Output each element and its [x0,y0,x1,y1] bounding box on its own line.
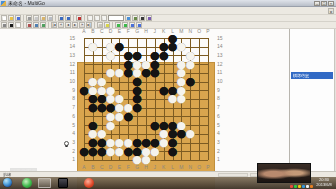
save-icon[interactable] [15,15,21,21]
coord-left-7: 7 [68,105,75,110]
coord-bottom-M: M [177,165,185,170]
coord-right-3: 3 [217,140,225,145]
coord-top-B: B [89,29,97,34]
toolbar-separator [112,22,114,28]
coord-top-D: D [107,29,115,34]
info-icon[interactable] [125,15,131,21]
coord-top-J: J [151,29,159,34]
start-button[interactable] [3,178,12,187]
coord-top-H: H [142,29,150,34]
coord-top-O: O [195,29,203,34]
stone-black[interactable]: ● [123,111,134,122]
coord-left-13: 13 [68,53,75,58]
move-number-combo[interactable] [108,15,124,21]
stone-white[interactable]: ● [176,93,187,104]
coord-bottom-J: J [151,165,159,170]
print-icon[interactable] [47,15,53,21]
toolbar-separator [48,22,50,28]
edit-mode-icon[interactable] [1,22,7,28]
maximize-button[interactable]: □ [321,1,327,6]
coord-right-8: 8 [217,96,225,101]
tray-icon-2[interactable] [298,185,301,188]
coord-bottom-A: A [80,165,88,170]
tray-icon-0[interactable] [290,185,293,188]
number-mark-icon[interactable] [40,22,46,28]
menu-bar: × 文件(F)编辑(E)视图(V)导航(N)工具(T)窗口(W)帮助(H) [0,7,336,15]
coord-top-P: P [204,29,212,34]
first-move-icon[interactable]: |◂ [51,22,57,28]
coord-top-E: E [115,29,123,34]
stone-white[interactable]: ● [185,128,196,139]
redo-icon[interactable] [65,15,71,21]
stone-tool-icon[interactable] [76,15,82,21]
tree-icon[interactable] [132,15,138,21]
paste-icon[interactable] [40,15,46,21]
stone-white[interactable]: ● [140,154,151,165]
toolbar-standard [0,15,336,22]
cut-icon[interactable] [26,15,32,21]
cursor-stone-icon [64,141,69,146]
coord-bottom-E: E [115,165,123,170]
taskbar-window-button[interactable] [38,178,51,188]
stone-black[interactable]: ● [167,146,178,157]
coord-right-15: 15 [217,36,225,41]
clock-date: 2013/6/8 [313,182,335,187]
webcam-overlay [257,163,311,183]
selected-tree-item[interactable]: 棋谱信息 [291,72,333,79]
coord-left-14: 14 [68,44,75,49]
label-a-icon[interactable] [139,15,145,21]
coord-left-3: 3 [68,140,75,145]
red-app-icon[interactable] [84,178,94,188]
grid-vline [199,38,200,160]
minimize-button[interactable]: – [314,1,320,6]
stone-white[interactable]: ● [105,50,116,61]
coord-bottom-P: P [204,165,212,170]
toolbar-separator [55,15,57,21]
desktop: 未命名 - MultiGo – □ × × 文件(F)编辑(E)视图(V)导航(… [0,0,336,189]
coord-bottom-D: D [107,165,115,170]
back-icon[interactable]: ◂ [65,22,71,28]
coord-left-9: 9 [68,88,75,93]
coord-top-F: F [124,29,132,34]
coord-bottom-C: C [98,165,106,170]
tray-icon-1[interactable] [294,185,297,188]
back-ten-icon[interactable]: « [58,22,64,28]
coord-left-8: 8 [68,96,75,101]
coord-left-15: 15 [68,36,75,41]
tray-icon-4[interactable] [306,185,309,188]
coord-left-12: 12 [68,62,75,67]
title-bar: 未命名 - MultiGo – □ × [0,0,336,7]
square-mark-icon[interactable] [33,22,39,28]
board-large-icon[interactable] [101,15,107,21]
coord-right-9: 9 [217,88,225,93]
coord-right-4: 4 [217,131,225,136]
coord-left-4: 4 [68,131,75,136]
forward-icon[interactable]: ▸ [72,22,78,28]
coord-top-A: A [80,29,88,34]
coord-right-10: 10 [217,79,225,84]
coord-top-M: M [177,29,185,34]
coord-top-N: N [186,29,194,34]
dark-app-icon[interactable] [58,178,68,188]
mark-icon[interactable] [146,15,152,21]
coord-bottom-L: L [169,165,177,170]
toolbar-separator [23,15,25,21]
coord-left-6: 6 [68,114,75,119]
toolbar-navigation: |◂«◂▸»▸| [0,22,336,29]
close-button[interactable]: × [328,1,334,6]
client-area: AABBCCDDEEFFGGHHJJKKLLMMNNOOPP1515141413… [0,29,336,171]
stone-black[interactable]: ● [149,67,160,78]
black-stone-icon[interactable] [8,22,14,28]
board-small-icon[interactable] [87,15,93,21]
coord-right-5: 5 [217,123,225,128]
tray-icon-3[interactable] [302,185,305,188]
app-icon [1,1,6,6]
toolbar-separator [23,22,25,28]
coord-right-2: 2 [217,149,225,154]
board-medium-icon[interactable] [94,15,100,21]
coord-right-1: 1 [217,157,225,162]
window-title: 未命名 - MultiGo [8,0,45,7]
coord-left-1: 1 [68,157,75,162]
copy-icon[interactable] [33,15,39,21]
taskbar-clock[interactable]: 20:30 2013/6/8 [313,177,335,187]
coord-right-14: 14 [217,44,225,49]
coord-left-10: 10 [68,79,75,84]
coord-bottom-B: B [89,165,97,170]
document-close-button[interactable]: × [328,8,334,14]
options-icon[interactable] [129,22,135,28]
coord-left-5: 5 [68,123,75,128]
coord-bottom-K: K [160,165,168,170]
coord-top-G: G [133,29,141,34]
coord-right-7: 7 [217,105,225,110]
white-stone-icon[interactable] [15,22,21,28]
open-file-icon[interactable] [8,15,14,21]
coord-top-C: C [98,29,106,34]
coord-right-12: 12 [217,62,225,67]
coord-left-11: 11 [68,70,75,75]
green-app-icon[interactable] [22,178,32,188]
toolbar-separator [73,15,75,21]
new-file-icon[interactable] [1,15,7,21]
coord-right-6: 6 [217,114,225,119]
coord-bottom-O: O [195,165,203,170]
stone-white[interactable]: ● [87,41,98,52]
grid-vline [208,38,209,160]
coord-right-13: 13 [217,53,225,58]
coord-bottom-N: N [186,165,194,170]
toolbar-separator [84,15,86,21]
game-tree-panel[interactable]: 棋谱信息 [290,29,334,171]
undo-icon[interactable] [58,15,64,21]
board-layer: AABBCCDDEEFFGGHHJJKKLLMMNNOOPP1515141413… [0,29,336,171]
coord-left-2: 2 [68,149,75,154]
triangle-mark-icon[interactable] [26,22,32,28]
coord-right-11: 11 [217,70,225,75]
